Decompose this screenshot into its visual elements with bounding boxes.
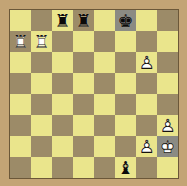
board-background: { "game": "chess", "position": { "fen": …	[0, 0, 187, 186]
square-d1[interactable]	[73, 157, 94, 178]
square-a7[interactable]: ♜♖	[10, 31, 31, 52]
square-f1[interactable]: ♝	[115, 157, 136, 178]
square-g8[interactable]	[136, 10, 157, 31]
square-f8[interactable]: ♚	[115, 10, 136, 31]
square-f6[interactable]	[115, 52, 136, 73]
square-h2[interactable]: ♚♔	[157, 136, 178, 157]
square-b4[interactable]	[31, 94, 52, 115]
square-b5[interactable]	[31, 73, 52, 94]
square-c5[interactable]	[52, 73, 73, 94]
square-h8[interactable]	[157, 10, 178, 31]
square-e5[interactable]	[94, 73, 115, 94]
piece-white-pawn[interactable]: ♟♙	[136, 52, 157, 73]
square-b3[interactable]	[31, 115, 52, 136]
square-e4[interactable]	[94, 94, 115, 115]
piece-white-rook[interactable]: ♜♖	[10, 31, 31, 52]
square-b7[interactable]: ♜♖	[31, 31, 52, 52]
square-d4[interactable]	[73, 94, 94, 115]
square-c2[interactable]	[52, 136, 73, 157]
square-g3[interactable]	[136, 115, 157, 136]
square-e8[interactable]	[94, 10, 115, 31]
square-e3[interactable]	[94, 115, 115, 136]
square-d8[interactable]: ♜	[73, 10, 94, 31]
square-g5[interactable]	[136, 73, 157, 94]
square-g7[interactable]	[136, 31, 157, 52]
chess-board: ♜♜♚♜♖♜♖♟♙♟♙♟♙♚♔♝	[9, 9, 179, 179]
square-e1[interactable]	[94, 157, 115, 178]
piece-black-rook[interactable]: ♜	[73, 10, 94, 31]
square-c3[interactable]	[52, 115, 73, 136]
square-g2[interactable]: ♟♙	[136, 136, 157, 157]
square-f3[interactable]	[115, 115, 136, 136]
square-c4[interactable]	[52, 94, 73, 115]
square-a2[interactable]	[10, 136, 31, 157]
square-a1[interactable]	[10, 157, 31, 178]
square-a6[interactable]	[10, 52, 31, 73]
piece-white-pawn[interactable]: ♟♙	[157, 115, 178, 136]
square-e2[interactable]	[94, 136, 115, 157]
square-b2[interactable]	[31, 136, 52, 157]
piece-black-bishop[interactable]: ♝	[115, 157, 136, 178]
square-f5[interactable]	[115, 73, 136, 94]
square-b8[interactable]	[31, 10, 52, 31]
square-a5[interactable]	[10, 73, 31, 94]
square-g4[interactable]	[136, 94, 157, 115]
square-h4[interactable]	[157, 94, 178, 115]
square-d5[interactable]	[73, 73, 94, 94]
square-e7[interactable]	[94, 31, 115, 52]
square-g6[interactable]: ♟♙	[136, 52, 157, 73]
square-f4[interactable]	[115, 94, 136, 115]
square-b1[interactable]	[31, 157, 52, 178]
square-a4[interactable]	[10, 94, 31, 115]
piece-white-rook[interactable]: ♜♖	[31, 31, 52, 52]
square-d6[interactable]	[73, 52, 94, 73]
square-h1[interactable]	[157, 157, 178, 178]
square-d3[interactable]	[73, 115, 94, 136]
piece-black-king[interactable]: ♚	[115, 10, 136, 31]
piece-white-pawn[interactable]: ♟♙	[136, 136, 157, 157]
square-e6[interactable]	[94, 52, 115, 73]
piece-black-rook[interactable]: ♜	[52, 10, 73, 31]
square-d7[interactable]	[73, 31, 94, 52]
square-h3[interactable]: ♟♙	[157, 115, 178, 136]
square-b6[interactable]	[31, 52, 52, 73]
square-g1[interactable]	[136, 157, 157, 178]
square-f7[interactable]	[115, 31, 136, 52]
square-f2[interactable]	[115, 136, 136, 157]
square-c6[interactable]	[52, 52, 73, 73]
square-c7[interactable]	[52, 31, 73, 52]
piece-white-king[interactable]: ♚♔	[157, 136, 178, 157]
square-d2[interactable]	[73, 136, 94, 157]
square-a8[interactable]	[10, 10, 31, 31]
square-c8[interactable]: ♜	[52, 10, 73, 31]
square-h7[interactable]	[157, 31, 178, 52]
square-a3[interactable]	[10, 115, 31, 136]
square-c1[interactable]	[52, 157, 73, 178]
square-h6[interactable]	[157, 52, 178, 73]
square-h5[interactable]	[157, 73, 178, 94]
